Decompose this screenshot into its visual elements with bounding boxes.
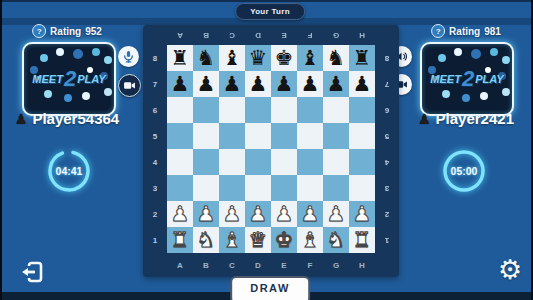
square-e7[interactable]: ♟ xyxy=(271,71,297,97)
coordinate-label: 8 xyxy=(375,54,399,63)
file-labels-bottom: ABCDEFGH xyxy=(167,253,375,277)
coordinate-label: 6 xyxy=(375,106,399,115)
piece-black-bishop: ♝ xyxy=(301,45,320,71)
square-h6[interactable] xyxy=(349,97,375,123)
coordinate-label: A xyxy=(167,261,193,270)
logo-digit-2: 2 xyxy=(64,66,76,92)
piece-black-knight: ♞ xyxy=(197,45,216,71)
piece-white-rook: ♜ xyxy=(171,227,190,253)
square-g8[interactable]: ♞ xyxy=(323,45,349,71)
square-f5[interactable] xyxy=(297,123,323,149)
coordinate-label: G xyxy=(323,31,349,40)
square-d3[interactable] xyxy=(245,175,271,201)
coordinate-label: 7 xyxy=(375,80,399,89)
coordinate-label: 6 xyxy=(143,106,167,115)
piece-white-pawn: ♟ xyxy=(171,201,190,227)
piece-black-rook: ♜ xyxy=(171,45,190,71)
rating-label: Rating xyxy=(50,26,81,37)
square-c6[interactable] xyxy=(219,97,245,123)
logo-word-meet: MEET xyxy=(32,73,63,85)
square-h5[interactable] xyxy=(349,123,375,149)
coordinate-label: E xyxy=(271,261,297,270)
right-player-rating: ? Rating 981 xyxy=(431,24,501,38)
square-a1[interactable]: ♜ xyxy=(167,227,193,253)
square-e8[interactable]: ♚ xyxy=(271,45,297,71)
square-f1[interactable]: ♝ xyxy=(297,227,323,253)
piece-black-pawn: ♟ xyxy=(301,71,320,97)
square-b4[interactable] xyxy=(193,149,219,175)
square-g4[interactable] xyxy=(323,149,349,175)
left-player-name-row: ♟ Player54364 xyxy=(15,110,119,127)
piece-black-pawn: ♟ xyxy=(171,71,190,97)
square-f8[interactable]: ♝ xyxy=(297,45,323,71)
top-edge xyxy=(0,0,533,2)
square-e6[interactable] xyxy=(271,97,297,123)
coordinate-label: 5 xyxy=(375,132,399,141)
square-a5[interactable] xyxy=(167,123,193,149)
square-h7[interactable]: ♟ xyxy=(349,71,375,97)
coordinate-label: 5 xyxy=(143,132,167,141)
square-a3[interactable] xyxy=(167,175,193,201)
piece-white-pawn: ♟ xyxy=(353,201,372,227)
piece-white-pawn: ♟ xyxy=(197,201,216,227)
square-d8[interactable]: ♛ xyxy=(245,45,271,71)
chess-board[interactable]: ♜♞♝♛♚♝♞♜♟♟♟♟♟♟♟♟♟♟♟♟♟♟♟♟♜♞♝♛♚♝♞♜ xyxy=(167,45,375,253)
file-labels-top: ABCDEFGH xyxy=(167,25,375,45)
square-e1[interactable]: ♚ xyxy=(271,227,297,253)
square-c5[interactable] xyxy=(219,123,245,149)
coordinate-label: B xyxy=(193,31,219,40)
coordinate-label: 4 xyxy=(143,158,167,167)
piece-white-knight: ♞ xyxy=(327,227,346,253)
coordinate-label: B xyxy=(193,261,219,270)
piece-white-pawn: ♟ xyxy=(327,201,346,227)
rank-labels-left: 87654321 xyxy=(143,45,167,253)
square-d5[interactable] xyxy=(245,123,271,149)
meet2play-logo: MEET 2 PLAY xyxy=(422,44,512,114)
square-b2[interactable]: ♟ xyxy=(193,201,219,227)
square-c1[interactable]: ♝ xyxy=(219,227,245,253)
coordinate-label: 7 xyxy=(143,80,167,89)
square-a4[interactable] xyxy=(167,149,193,175)
piece-white-bishop: ♝ xyxy=(223,227,242,253)
square-c4[interactable] xyxy=(219,149,245,175)
square-a7[interactable]: ♟ xyxy=(167,71,193,97)
square-g2[interactable]: ♟ xyxy=(323,201,349,227)
coordinate-label: 8 xyxy=(143,54,167,63)
coordinate-label: F xyxy=(297,261,323,270)
piece-black-knight: ♞ xyxy=(327,45,346,71)
square-b5[interactable] xyxy=(193,123,219,149)
rating-value: 952 xyxy=(85,26,102,37)
coordinate-label: H xyxy=(349,31,375,40)
logo-word-play: PLAY xyxy=(77,73,106,85)
logo-word-play: PLAY xyxy=(475,73,504,85)
square-h4[interactable] xyxy=(349,149,375,175)
pawn-icon: ♟ xyxy=(418,111,431,127)
square-g3[interactable] xyxy=(323,175,349,201)
coordinate-label: 4 xyxy=(375,158,399,167)
coordinate-label: 3 xyxy=(143,184,167,193)
square-e5[interactable] xyxy=(271,123,297,149)
piece-white-pawn: ♟ xyxy=(301,201,320,227)
square-d4[interactable] xyxy=(245,149,271,175)
pawn-icon: ♟ xyxy=(15,111,28,127)
coordinate-label: 3 xyxy=(375,184,399,193)
rating-help-icon[interactable]: ? xyxy=(32,24,46,38)
piece-black-pawn: ♟ xyxy=(197,71,216,97)
square-d1[interactable]: ♛ xyxy=(245,227,271,253)
chess-board-frame: ABCDEFGH 87654321 ♜♞♝♛♚♝♞♜♟♟♟♟♟♟♟♟♟♟♟♟♟♟… xyxy=(143,25,399,277)
square-d6[interactable] xyxy=(245,97,271,123)
square-e4[interactable] xyxy=(271,149,297,175)
right-player-name: Player2421 xyxy=(436,110,514,127)
right-player-clock: 05:00 xyxy=(441,148,487,194)
square-b3[interactable] xyxy=(193,175,219,201)
piece-white-pawn: ♟ xyxy=(223,201,242,227)
square-e3[interactable] xyxy=(271,175,297,201)
coordinate-label: D xyxy=(245,261,271,270)
square-d7[interactable]: ♟ xyxy=(245,71,271,97)
square-c2[interactable]: ♟ xyxy=(219,201,245,227)
square-b1[interactable]: ♞ xyxy=(193,227,219,253)
right-clock-time: 05:00 xyxy=(441,148,487,194)
meet2play-logo: MEET 2 PLAY xyxy=(24,44,114,114)
left-clock-time: 04:41 xyxy=(46,148,92,194)
square-f2[interactable]: ♟ xyxy=(297,201,323,227)
square-a2[interactable]: ♟ xyxy=(167,201,193,227)
video-camera-icon[interactable] xyxy=(118,74,141,97)
coordinate-label: 1 xyxy=(375,236,399,245)
right-player-avatar[interactable]: MEET 2 PLAY xyxy=(420,42,514,116)
square-a8[interactable]: ♜ xyxy=(167,45,193,71)
piece-black-rook: ♜ xyxy=(353,45,372,71)
exit-icon[interactable] xyxy=(18,258,46,286)
piece-white-rook: ♜ xyxy=(353,227,372,253)
settings-gear-icon[interactable]: ⚙ xyxy=(495,255,525,285)
square-c8[interactable]: ♝ xyxy=(219,45,245,71)
square-h1[interactable]: ♜ xyxy=(349,227,375,253)
left-player-rating: ? Rating 952 xyxy=(32,24,102,38)
left-player-clock: 04:41 xyxy=(46,148,92,194)
piece-black-queen: ♛ xyxy=(249,45,268,71)
square-h3[interactable] xyxy=(349,175,375,201)
square-f3[interactable] xyxy=(297,175,323,201)
square-c3[interactable] xyxy=(219,175,245,201)
piece-white-knight: ♞ xyxy=(197,227,216,253)
left-player-name: Player54364 xyxy=(32,110,119,127)
rating-help-icon[interactable]: ? xyxy=(431,24,445,38)
piece-black-pawn: ♟ xyxy=(327,71,346,97)
coordinate-label: E xyxy=(271,31,297,40)
piece-black-bishop: ♝ xyxy=(223,45,242,71)
coordinate-label: G xyxy=(323,261,349,270)
microphone-icon[interactable] xyxy=(118,46,139,67)
right-player-name-row: ♟ Player2421 xyxy=(418,110,514,127)
coordinate-label: F xyxy=(297,31,323,40)
square-g6[interactable] xyxy=(323,97,349,123)
square-h2[interactable]: ♟ xyxy=(349,201,375,227)
turn-indicator-badge: Your Turn xyxy=(235,3,305,20)
piece-white-pawn: ♟ xyxy=(275,201,294,227)
piece-black-king: ♚ xyxy=(275,45,294,71)
square-g1[interactable]: ♞ xyxy=(323,227,349,253)
square-d2[interactable]: ♟ xyxy=(245,201,271,227)
square-b7[interactable]: ♟ xyxy=(193,71,219,97)
piece-white-king: ♚ xyxy=(275,227,294,253)
square-h8[interactable]: ♜ xyxy=(349,45,375,71)
square-e2[interactable]: ♟ xyxy=(271,201,297,227)
piece-black-pawn: ♟ xyxy=(275,71,294,97)
square-b6[interactable] xyxy=(193,97,219,123)
coordinate-label: 1 xyxy=(143,236,167,245)
rating-value: 981 xyxy=(484,26,501,37)
logo-digit-2: 2 xyxy=(462,66,474,92)
piece-black-pawn: ♟ xyxy=(223,71,242,97)
square-c7[interactable]: ♟ xyxy=(219,71,245,97)
square-a6[interactable] xyxy=(167,97,193,123)
chess-app-screen: Your Turn ? Rating 952 MEET 2 PLAY ♟ Pla… xyxy=(0,0,533,300)
coordinate-label: C xyxy=(219,261,245,270)
draw-button[interactable]: DRAW xyxy=(230,276,310,300)
square-g5[interactable] xyxy=(323,123,349,149)
rating-label: Rating xyxy=(449,26,480,37)
square-f6[interactable] xyxy=(297,97,323,123)
left-player-avatar[interactable]: MEET 2 PLAY xyxy=(22,42,116,116)
logo-word-meet: MEET xyxy=(430,73,461,85)
rank-labels-right: 87654321 xyxy=(375,45,399,253)
square-b8[interactable]: ♞ xyxy=(193,45,219,71)
square-f4[interactable] xyxy=(297,149,323,175)
coordinate-label: A xyxy=(167,31,193,40)
coordinate-label: C xyxy=(219,31,245,40)
coordinate-label: 2 xyxy=(375,210,399,219)
piece-white-pawn: ♟ xyxy=(249,201,268,227)
square-g7[interactable]: ♟ xyxy=(323,71,349,97)
square-f7[interactable]: ♟ xyxy=(297,71,323,97)
coordinate-label: H xyxy=(349,261,375,270)
piece-black-pawn: ♟ xyxy=(249,71,268,97)
coordinate-label: D xyxy=(245,31,271,40)
left-edge xyxy=(0,0,2,300)
piece-white-bishop: ♝ xyxy=(301,227,320,253)
piece-white-queen: ♛ xyxy=(249,227,268,253)
coordinate-label: 2 xyxy=(143,210,167,219)
piece-black-pawn: ♟ xyxy=(353,71,372,97)
